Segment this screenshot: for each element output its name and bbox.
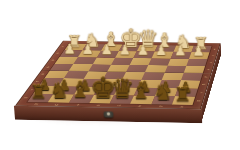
board-squares: ♜♞♝♚♛♝♞♜♟♟♟♟♟♟♟♟♟♟♟♟♟♟♟♟♜♞♝♚♛♝♞♜ xyxy=(28,44,212,105)
black-king-piece[interactable]: ♚ xyxy=(90,74,111,102)
square-a8[interactable]: ♜ xyxy=(172,96,195,105)
white-pawn-piece[interactable]: ♟ xyxy=(189,45,208,58)
square-f3[interactable] xyxy=(92,57,115,64)
black-rook-piece[interactable]: ♜ xyxy=(28,82,49,100)
photo-scene: ♜♞♝♚♛♝♞♜♟♟♟♟♟♟♟♟♟♟♟♟♟♟♟♟♜♞♝♚♛♝♞♜ hgfedcb… xyxy=(0,0,240,150)
white-pawn-piece[interactable]: ♟ xyxy=(115,44,134,57)
black-rook-piece[interactable]: ♜ xyxy=(172,85,193,103)
black-bishop-piece[interactable]: ♝ xyxy=(131,81,152,102)
white-pawn-piece[interactable]: ♟ xyxy=(97,44,115,57)
square-b8[interactable]: ♞ xyxy=(151,96,175,105)
chess-board: ♜♞♝♚♛♝♞♜♟♟♟♟♟♟♟♟♟♟♟♟♟♟♟♟♜♞♝♚♛♝♞♜ hgfedcb… xyxy=(15,41,221,109)
white-pawn-piece[interactable]: ♟ xyxy=(60,43,78,56)
white-pawn-piece[interactable]: ♟ xyxy=(134,44,153,57)
black-bishop-piece[interactable]: ♝ xyxy=(69,80,90,101)
box-front-face xyxy=(14,106,202,123)
metal-clasp-icon xyxy=(103,111,113,117)
square-h4[interactable] xyxy=(50,64,74,71)
black-queen-piece[interactable]: ♛ xyxy=(110,77,131,103)
black-knight-piece[interactable]: ♞ xyxy=(49,81,70,101)
square-b4[interactable] xyxy=(164,65,186,72)
white-pawn-piece[interactable]: ♟ xyxy=(152,45,171,58)
white-pawn-piece[interactable]: ♟ xyxy=(79,43,97,56)
black-knight-piece[interactable]: ♞ xyxy=(151,83,172,103)
white-pawn-piece[interactable]: ♟ xyxy=(171,45,190,58)
